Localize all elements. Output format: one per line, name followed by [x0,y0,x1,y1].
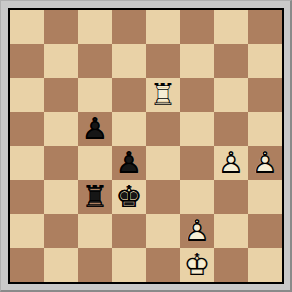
square-h5[interactable] [248,112,282,146]
square-h2[interactable] [248,214,282,248]
square-d6[interactable] [112,78,146,112]
square-h7[interactable] [248,44,282,78]
square-e1[interactable] [146,248,180,282]
white-king[interactable]: ♚♔ [180,248,214,282]
white-pawn-outline-glyph: ♙ [214,146,248,180]
square-a8[interactable] [10,10,44,44]
square-b8[interactable] [44,10,78,44]
black-king-outline-glyph: ♔ [112,180,146,214]
square-a5[interactable] [10,112,44,146]
square-b4[interactable] [44,146,78,180]
square-b7[interactable] [44,44,78,78]
chess-board: ♜♖♟♙♟♙♟♙♟♙♜♖♚♔♟♙♚♔ [10,10,282,282]
square-f8[interactable] [180,10,214,44]
white-pawn-outline-glyph: ♙ [248,146,282,180]
white-king-outline-glyph: ♔ [180,248,214,282]
square-e3[interactable] [146,180,180,214]
square-c7[interactable] [78,44,112,78]
square-d2[interactable] [112,214,146,248]
white-pawn[interactable]: ♟♙ [248,146,282,180]
square-h3[interactable] [248,180,282,214]
square-e6[interactable]: ♜♖ [146,78,180,112]
square-h6[interactable] [248,78,282,112]
black-pawn-outline-glyph: ♙ [78,112,112,146]
square-g2[interactable] [214,214,248,248]
square-g1[interactable] [214,248,248,282]
square-e7[interactable] [146,44,180,78]
square-d3[interactable]: ♚♔ [112,180,146,214]
square-a3[interactable] [10,180,44,214]
square-c6[interactable] [78,78,112,112]
square-f5[interactable] [180,112,214,146]
square-c1[interactable] [78,248,112,282]
white-rook-outline-glyph: ♖ [146,78,180,112]
board-frame: ♜♖♟♙♟♙♟♙♟♙♜♖♚♔♟♙♚♔ [8,8,284,284]
square-f6[interactable] [180,78,214,112]
square-b2[interactable] [44,214,78,248]
square-f1[interactable]: ♚♔ [180,248,214,282]
black-king[interactable]: ♚♔ [112,180,146,214]
square-d5[interactable] [112,112,146,146]
square-f2[interactable]: ♟♙ [180,214,214,248]
square-a4[interactable] [10,146,44,180]
square-h1[interactable] [248,248,282,282]
square-c3[interactable]: ♜♖ [78,180,112,214]
white-pawn-outline-glyph: ♙ [180,214,214,248]
square-c2[interactable] [78,214,112,248]
square-a1[interactable] [10,248,44,282]
square-c5[interactable]: ♟♙ [78,112,112,146]
white-pawn[interactable]: ♟♙ [214,146,248,180]
square-c4[interactable] [78,146,112,180]
square-e4[interactable] [146,146,180,180]
square-f3[interactable] [180,180,214,214]
square-g6[interactable] [214,78,248,112]
square-d4[interactable]: ♟♙ [112,146,146,180]
square-g4[interactable]: ♟♙ [214,146,248,180]
square-g5[interactable] [214,112,248,146]
square-g8[interactable] [214,10,248,44]
square-e2[interactable] [146,214,180,248]
square-f7[interactable] [180,44,214,78]
square-d8[interactable] [112,10,146,44]
square-d7[interactable] [112,44,146,78]
square-h4[interactable]: ♟♙ [248,146,282,180]
square-d1[interactable] [112,248,146,282]
square-c8[interactable] [78,10,112,44]
square-b6[interactable] [44,78,78,112]
square-h8[interactable] [248,10,282,44]
square-e5[interactable] [146,112,180,146]
square-b3[interactable] [44,180,78,214]
white-pawn[interactable]: ♟♙ [180,214,214,248]
black-pawn-outline-glyph: ♙ [112,146,146,180]
square-b1[interactable] [44,248,78,282]
black-pawn[interactable]: ♟♙ [112,146,146,180]
white-rook[interactable]: ♜♖ [146,78,180,112]
square-a7[interactable] [10,44,44,78]
square-g3[interactable] [214,180,248,214]
black-rook[interactable]: ♜♖ [78,180,112,214]
square-f4[interactable] [180,146,214,180]
square-a2[interactable] [10,214,44,248]
chess-board-window: ♜♖♟♙♟♙♟♙♟♙♜♖♚♔♟♙♚♔ [0,0,292,292]
square-e8[interactable] [146,10,180,44]
square-g7[interactable] [214,44,248,78]
square-a6[interactable] [10,78,44,112]
black-rook-outline-glyph: ♖ [78,180,112,214]
square-b5[interactable] [44,112,78,146]
black-pawn[interactable]: ♟♙ [78,112,112,146]
